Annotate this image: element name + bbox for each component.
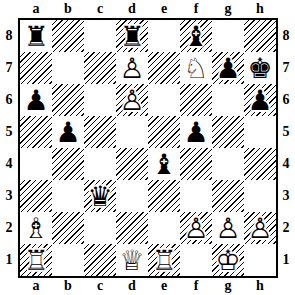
square-f4[interactable] [180, 148, 212, 180]
piece-black-pawn-icon: ♟ [52, 116, 84, 148]
rank-label-2-right: 2 [277, 212, 295, 244]
piece-white-pawn-icon: ♟♙ [116, 84, 148, 116]
square-g1[interactable]: ♚♔ [212, 244, 244, 276]
square-a8[interactable]: ♜ [20, 20, 52, 52]
rank-label-8-right: 8 [277, 20, 295, 52]
square-f3[interactable] [180, 180, 212, 212]
file-label-a-top: a [20, 0, 52, 18]
square-c3[interactable]: ♛ [84, 180, 116, 212]
file-label-h-bottom: h [244, 277, 276, 295]
rank-label-1-left: 1 [0, 244, 18, 276]
square-a7[interactable] [20, 52, 52, 84]
square-h7[interactable]: ♚ [244, 52, 276, 84]
square-a4[interactable] [20, 148, 52, 180]
square-f6[interactable] [180, 84, 212, 116]
square-d5[interactable] [116, 116, 148, 148]
file-label-f-bottom: f [180, 277, 212, 295]
square-h2[interactable]: ♟♙ [244, 212, 276, 244]
file-label-d-top: d [116, 0, 148, 18]
piece-white-pawn-icon: ♟♙ [244, 212, 276, 244]
square-g8[interactable] [212, 20, 244, 52]
square-a2[interactable]: ♝♗ [20, 212, 52, 244]
square-e3[interactable] [148, 180, 180, 212]
piece-black-rook-icon: ♜ [116, 20, 148, 52]
piece-black-queen-icon: ♛ [84, 180, 116, 212]
file-label-b-bottom: b [52, 277, 84, 295]
rank-labels-right: 87654321 [277, 20, 295, 276]
square-d8[interactable]: ♜ [116, 20, 148, 52]
square-g7[interactable]: ♟ [212, 52, 244, 84]
piece-black-bishop-icon: ♝ [180, 20, 212, 52]
piece-black-pawn-icon: ♟ [244, 84, 276, 116]
piece-black-king-icon: ♚ [244, 52, 276, 84]
square-d7[interactable]: ♟♙ [116, 52, 148, 84]
rank-labels-left: 87654321 [0, 20, 18, 276]
rank-label-6-left: 6 [0, 84, 18, 116]
rank-label-8-left: 8 [0, 20, 18, 52]
piece-black-bishop-icon: ♝ [148, 148, 180, 180]
file-label-c-bottom: c [84, 277, 116, 295]
square-a1[interactable]: ♜♖ [20, 244, 52, 276]
square-b6[interactable] [52, 84, 84, 116]
square-b3[interactable] [52, 180, 84, 212]
square-d3[interactable] [116, 180, 148, 212]
square-g6[interactable] [212, 84, 244, 116]
square-h3[interactable] [244, 180, 276, 212]
rank-label-4-right: 4 [277, 148, 295, 180]
rank-label-6-right: 6 [277, 84, 295, 116]
square-b4[interactable] [52, 148, 84, 180]
square-a5[interactable] [20, 116, 52, 148]
rank-label-1-right: 1 [277, 244, 295, 276]
file-label-b-top: b [52, 0, 84, 18]
square-g2[interactable]: ♟♙ [212, 212, 244, 244]
square-e8[interactable] [148, 20, 180, 52]
square-e5[interactable] [148, 116, 180, 148]
chess-diagram: abcdefgh abcdefgh 87654321 87654321 ♜♜♝♟… [0, 0, 295, 295]
square-a3[interactable] [20, 180, 52, 212]
piece-white-king-icon: ♚♔ [212, 244, 244, 276]
file-labels-top: abcdefgh [20, 0, 276, 18]
rank-label-7-left: 7 [0, 52, 18, 84]
file-label-g-top: g [212, 0, 244, 18]
piece-white-pawn-icon: ♟♙ [212, 212, 244, 244]
square-c2[interactable] [84, 212, 116, 244]
square-h5[interactable] [244, 116, 276, 148]
piece-white-rook-icon: ♜♖ [148, 244, 180, 276]
square-c1[interactable] [84, 244, 116, 276]
square-f2[interactable]: ♟♙ [180, 212, 212, 244]
square-c8[interactable] [84, 20, 116, 52]
rank-label-4-left: 4 [0, 148, 18, 180]
square-e7[interactable] [148, 52, 180, 84]
square-d1[interactable]: ♛♕ [116, 244, 148, 276]
piece-black-pawn-icon: ♟ [212, 52, 244, 84]
square-f1[interactable] [180, 244, 212, 276]
piece-white-queen-icon: ♛♕ [116, 244, 148, 276]
square-g3[interactable] [212, 180, 244, 212]
file-label-g-bottom: g [212, 277, 244, 295]
square-c4[interactable] [84, 148, 116, 180]
file-label-h-top: h [244, 0, 276, 18]
square-e4[interactable]: ♝ [148, 148, 180, 180]
rank-label-2-left: 2 [0, 212, 18, 244]
rank-label-3-right: 3 [277, 180, 295, 212]
file-label-e-top: e [148, 0, 180, 18]
square-c5[interactable] [84, 116, 116, 148]
piece-black-rook-icon: ♜ [20, 20, 52, 52]
square-b8[interactable] [52, 20, 84, 52]
square-b7[interactable] [52, 52, 84, 84]
file-label-f-top: f [180, 0, 212, 18]
chess-board: ♜♜♝♟♙♞♘♟♚♟♟♙♟♟♟♝♛♝♗♟♙♟♙♟♙♜♖♛♕♜♖♚♔ [18, 18, 278, 278]
file-label-e-bottom: e [148, 277, 180, 295]
square-e2[interactable] [148, 212, 180, 244]
piece-black-pawn-icon: ♟ [180, 116, 212, 148]
square-h8[interactable] [244, 20, 276, 52]
square-h6[interactable]: ♟ [244, 84, 276, 116]
square-d4[interactable] [116, 148, 148, 180]
piece-white-rook-icon: ♜♖ [20, 244, 52, 276]
rank-label-3-left: 3 [0, 180, 18, 212]
piece-white-pawn-icon: ♟♙ [116, 52, 148, 84]
piece-white-pawn-icon: ♟♙ [180, 212, 212, 244]
square-a6[interactable]: ♟ [20, 84, 52, 116]
square-e1[interactable]: ♜♖ [148, 244, 180, 276]
rank-label-5-right: 5 [277, 116, 295, 148]
file-labels-bottom: abcdefgh [20, 277, 276, 295]
square-h4[interactable] [244, 148, 276, 180]
file-label-d-bottom: d [116, 277, 148, 295]
square-h1[interactable] [244, 244, 276, 276]
square-d6[interactable]: ♟♙ [116, 84, 148, 116]
square-c6[interactable] [84, 84, 116, 116]
piece-white-bishop-icon: ♝♗ [20, 212, 52, 244]
square-b2[interactable] [52, 212, 84, 244]
square-e6[interactable] [148, 84, 180, 116]
file-label-a-bottom: a [20, 277, 52, 295]
piece-white-knight-icon: ♞♘ [180, 52, 212, 84]
square-d2[interactable] [116, 212, 148, 244]
square-g4[interactable] [212, 148, 244, 180]
rank-label-7-right: 7 [277, 52, 295, 84]
file-label-c-top: c [84, 0, 116, 18]
square-f7[interactable]: ♞♘ [180, 52, 212, 84]
square-f8[interactable]: ♝ [180, 20, 212, 52]
rank-label-5-left: 5 [0, 116, 18, 148]
square-b5[interactable]: ♟ [52, 116, 84, 148]
square-g5[interactable] [212, 116, 244, 148]
square-b1[interactable] [52, 244, 84, 276]
square-c7[interactable] [84, 52, 116, 84]
piece-black-pawn-icon: ♟ [20, 84, 52, 116]
square-f5[interactable]: ♟ [180, 116, 212, 148]
